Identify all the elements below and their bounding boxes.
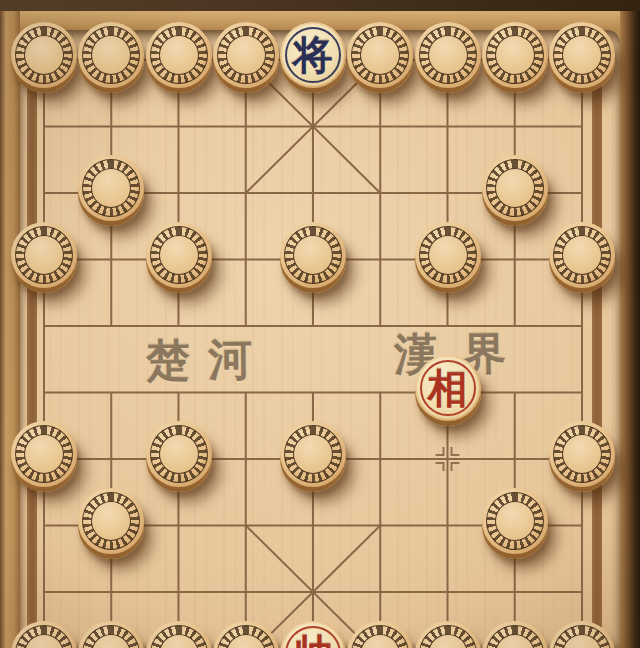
piece-character: 相 xyxy=(415,355,481,421)
piece-r0c7-hidden[interactable] xyxy=(482,22,548,94)
pieces-layer: 将相帅 xyxy=(0,0,640,648)
piece-center xyxy=(562,35,602,75)
piece-r9c5-hidden[interactable] xyxy=(347,621,413,648)
piece-center xyxy=(495,501,535,541)
piece-r9c8-hidden[interactable] xyxy=(549,621,615,648)
piece-r6c2-hidden[interactable] xyxy=(146,421,212,493)
piece-r0c3-hidden[interactable] xyxy=(213,22,279,94)
piece-center xyxy=(293,434,333,474)
piece-character: 帅 xyxy=(280,621,346,648)
piece-center xyxy=(24,35,64,75)
piece-center xyxy=(159,35,199,75)
piece-center xyxy=(495,168,535,208)
piece-r2c7-hidden[interactable] xyxy=(482,155,548,227)
piece-r6c4-hidden[interactable] xyxy=(280,421,346,493)
piece-center xyxy=(24,434,64,474)
piece-center xyxy=(428,235,468,275)
piece-r0c1-hidden[interactable] xyxy=(78,22,144,94)
piece-r9c4-帅[interactable]: 帅 xyxy=(280,621,346,648)
piece-center xyxy=(91,35,131,75)
piece-r0c8-hidden[interactable] xyxy=(549,22,615,94)
piece-r0c0-hidden[interactable] xyxy=(11,22,77,94)
piece-r7c7-hidden[interactable] xyxy=(482,488,548,560)
piece-center xyxy=(495,35,535,75)
piece-center xyxy=(360,35,400,75)
piece-r9c7-hidden[interactable] xyxy=(482,621,548,648)
piece-center xyxy=(24,235,64,275)
xiangqi-game-screen: 楚河 漢界 将相帅 xyxy=(0,0,640,648)
piece-r6c8-hidden[interactable] xyxy=(549,421,615,493)
piece-center xyxy=(562,434,602,474)
piece-r5c6-相[interactable]: 相 xyxy=(415,355,481,427)
piece-r3c6-hidden[interactable] xyxy=(415,222,481,294)
piece-center xyxy=(428,35,468,75)
piece-r9c3-hidden[interactable] xyxy=(213,621,279,648)
piece-r0c4-将[interactable]: 将 xyxy=(280,22,346,94)
piece-center xyxy=(562,235,602,275)
piece-center xyxy=(159,434,199,474)
piece-r0c6-hidden[interactable] xyxy=(415,22,481,94)
piece-r3c8-hidden[interactable] xyxy=(549,222,615,294)
piece-center xyxy=(293,235,333,275)
piece-r3c4-hidden[interactable] xyxy=(280,222,346,294)
piece-r3c0-hidden[interactable] xyxy=(11,222,77,294)
piece-r9c6-hidden[interactable] xyxy=(415,621,481,648)
piece-r2c1-hidden[interactable] xyxy=(78,155,144,227)
piece-center xyxy=(159,235,199,275)
piece-r3c2-hidden[interactable] xyxy=(146,222,212,294)
piece-r9c1-hidden[interactable] xyxy=(78,621,144,648)
piece-r6c0-hidden[interactable] xyxy=(11,421,77,493)
piece-center xyxy=(226,35,266,75)
piece-r0c2-hidden[interactable] xyxy=(146,22,212,94)
piece-r9c0-hidden[interactable] xyxy=(11,621,77,648)
piece-r9c2-hidden[interactable] xyxy=(146,621,212,648)
piece-center xyxy=(91,501,131,541)
piece-character: 将 xyxy=(280,22,346,88)
piece-center xyxy=(91,168,131,208)
piece-r0c5-hidden[interactable] xyxy=(347,22,413,94)
piece-r7c1-hidden[interactable] xyxy=(78,488,144,560)
